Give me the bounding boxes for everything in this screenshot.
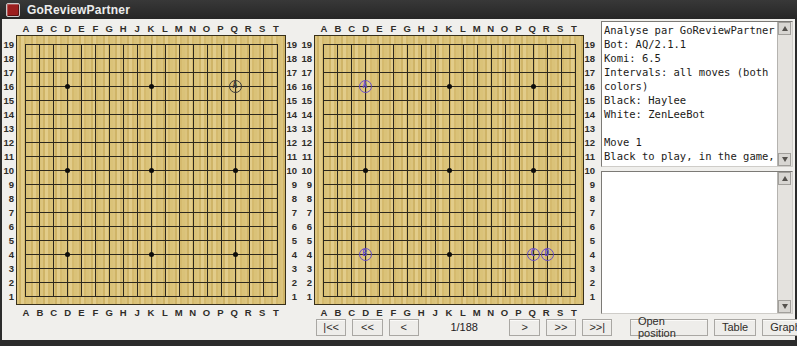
row-labels: 19181716151413121110987654321	[584, 35, 597, 305]
coord-label: 9	[3, 178, 16, 192]
star-point	[233, 168, 238, 173]
intersection	[172, 51, 186, 65]
intersection	[484, 205, 498, 219]
intersection	[414, 261, 428, 275]
intersection	[428, 121, 442, 135]
intersection	[568, 37, 582, 51]
intersection	[442, 219, 456, 233]
intersection	[512, 149, 526, 163]
intersection	[60, 247, 74, 261]
intersection	[442, 135, 456, 149]
intersection	[60, 205, 74, 219]
intersection	[32, 135, 46, 149]
intersection	[484, 93, 498, 107]
intersection	[256, 93, 270, 107]
intersection	[186, 37, 200, 51]
coord-label: 15	[301, 94, 314, 108]
intersection	[88, 219, 102, 233]
column-labels: ABCDEFGHJKLMNOPQRST	[314, 305, 584, 319]
intersection	[158, 93, 172, 107]
intersection	[228, 121, 242, 135]
scroll-down-button[interactable]	[778, 153, 791, 166]
coord-label: L	[158, 307, 172, 318]
first-move-button[interactable]: |<<	[316, 319, 346, 336]
coord-label: 14	[301, 108, 314, 122]
coord-label: 10	[584, 164, 597, 178]
intersection	[130, 177, 144, 191]
intersection	[428, 149, 442, 163]
intersection	[130, 191, 144, 205]
coord-label: A	[317, 23, 331, 34]
intersection	[330, 163, 344, 177]
intersection	[88, 289, 102, 303]
intersection	[158, 247, 172, 261]
intersection	[344, 233, 358, 247]
intersection	[512, 51, 526, 65]
intersection	[526, 233, 540, 247]
intersection	[60, 289, 74, 303]
analysis-board: ABCDEFGHJKLMNOPQRST191817161514131211109…	[301, 21, 597, 340]
coord-label: 3	[286, 262, 299, 276]
intersection	[200, 107, 214, 121]
coord-label: K	[442, 307, 456, 318]
analysis-scrollbar[interactable]	[777, 22, 792, 166]
intersection	[214, 191, 228, 205]
intersection	[256, 135, 270, 149]
scroll-track[interactable]	[778, 185, 792, 300]
coord-label: 5	[3, 234, 16, 248]
intersection	[484, 37, 498, 51]
intersection	[414, 107, 428, 121]
intersection	[428, 135, 442, 149]
board-corner-spacer	[584, 21, 597, 35]
intersection	[358, 289, 372, 303]
intersection	[74, 163, 88, 177]
coord-label: G	[400, 307, 414, 318]
intersection	[316, 107, 330, 121]
intersection	[470, 289, 484, 303]
intersection	[256, 289, 270, 303]
intersection	[186, 219, 200, 233]
intersection	[88, 135, 102, 149]
intersection	[116, 93, 130, 107]
intersection	[74, 205, 88, 219]
intersection	[88, 247, 102, 261]
triangle-down-icon	[782, 304, 788, 309]
intersection	[158, 135, 172, 149]
intersection	[442, 261, 456, 275]
intersection	[526, 37, 540, 51]
intersection	[256, 205, 270, 219]
intersection	[200, 79, 214, 93]
intersection	[242, 163, 256, 177]
intersection	[88, 65, 102, 79]
intersection	[484, 289, 498, 303]
intersection	[512, 37, 526, 51]
coord-label: T	[567, 23, 581, 34]
intersection	[386, 149, 400, 163]
intersection	[400, 37, 414, 51]
intersection	[386, 205, 400, 219]
intersection	[386, 107, 400, 121]
triangle-up-icon	[782, 26, 788, 31]
coord-label: E	[75, 307, 89, 318]
intersection	[568, 233, 582, 247]
column-labels: ABCDEFGHJKLMNOPQRST	[16, 305, 286, 319]
intersection	[400, 177, 414, 191]
intersection	[200, 205, 214, 219]
intersection	[214, 261, 228, 275]
fast-forward-button[interactable]: >>	[546, 319, 576, 336]
intersection	[186, 107, 200, 121]
intersection	[540, 275, 554, 289]
intersection	[228, 205, 242, 219]
intersection	[32, 37, 46, 51]
intersection	[498, 149, 512, 163]
intersection	[18, 93, 32, 107]
intersection	[130, 107, 144, 121]
scroll-track[interactable]	[778, 35, 792, 153]
intersection	[158, 121, 172, 135]
intersection	[200, 261, 214, 275]
intersection	[344, 247, 358, 261]
analysis-info-box: Analyse par GoReviewPartner Bot: AQ/2.1.…	[601, 21, 793, 167]
intersection	[554, 289, 568, 303]
intersection	[116, 79, 130, 93]
intersection	[358, 275, 372, 289]
intersection	[386, 93, 400, 107]
coord-label: F	[88, 307, 102, 318]
star-point	[233, 252, 238, 257]
intersection	[330, 205, 344, 219]
coord-label: 8	[3, 192, 16, 206]
intersection	[18, 219, 32, 233]
main-content: ABCDEFGHJKLMNOPQRST191817161514131211109…	[2, 19, 795, 340]
intersection	[386, 177, 400, 191]
intersection	[60, 149, 74, 163]
intersection	[60, 219, 74, 233]
title-bar[interactable]: GoReviewPartner	[0, 0, 797, 19]
intersection	[498, 177, 512, 191]
intersection	[344, 289, 358, 303]
coord-label: 2	[286, 276, 299, 290]
coord-label: 18	[301, 52, 314, 66]
coord-label: 1	[3, 290, 16, 304]
move-counter: 1/188	[425, 321, 504, 333]
intersection	[18, 121, 32, 135]
coord-label: J	[428, 23, 442, 34]
intersection	[144, 233, 158, 247]
intersection	[470, 51, 484, 65]
intersection	[456, 93, 470, 107]
intersection	[214, 65, 228, 79]
intersection	[330, 261, 344, 275]
intersection	[316, 51, 330, 65]
intersection	[256, 149, 270, 163]
intersection	[32, 219, 46, 233]
intersection	[214, 163, 228, 177]
last-move-button[interactable]: >>|	[582, 319, 612, 336]
coord-label: N	[186, 23, 200, 34]
intersection	[102, 37, 116, 51]
intersection	[456, 121, 470, 135]
intersection	[242, 51, 256, 65]
intersection	[330, 65, 344, 79]
coord-label: P	[511, 307, 525, 318]
intersection	[484, 135, 498, 149]
intersection	[256, 107, 270, 121]
intersection	[372, 93, 386, 107]
intersection	[214, 219, 228, 233]
coord-label: 15	[584, 94, 597, 108]
intersection	[88, 121, 102, 135]
intersection	[200, 37, 214, 51]
star-point	[447, 252, 452, 257]
intersection	[512, 163, 526, 177]
coord-label: S	[255, 23, 269, 34]
intersection	[400, 275, 414, 289]
intersection	[60, 65, 74, 79]
intersection	[172, 205, 186, 219]
intersection	[186, 289, 200, 303]
intersection	[60, 233, 74, 247]
intersection	[330, 149, 344, 163]
intersection	[32, 163, 46, 177]
intersection	[442, 191, 456, 205]
coord-label: L	[456, 23, 470, 34]
intersection	[414, 233, 428, 247]
intersection	[470, 107, 484, 121]
intersection	[400, 219, 414, 233]
intersection	[102, 107, 116, 121]
intersection	[228, 163, 242, 177]
coord-label: A	[19, 307, 33, 318]
fast-back-button[interactable]: <<	[352, 319, 382, 336]
intersection	[18, 135, 32, 149]
intersection	[144, 79, 158, 93]
intersection	[526, 79, 540, 93]
intersection	[74, 121, 88, 135]
intersection	[186, 177, 200, 191]
graphs-button[interactable]: Graphs	[762, 319, 797, 336]
intersection	[116, 247, 130, 261]
intersection	[400, 65, 414, 79]
intersection	[414, 135, 428, 149]
intersection	[456, 163, 470, 177]
intersection	[498, 51, 512, 65]
intersection	[60, 107, 74, 121]
coord-label: C	[47, 23, 61, 34]
intersection	[568, 79, 582, 93]
intersection	[74, 191, 88, 205]
game-board-surface: A	[16, 35, 286, 305]
intersection	[18, 205, 32, 219]
intersection	[18, 275, 32, 289]
intersection	[130, 121, 144, 135]
intersection	[270, 275, 284, 289]
coord-label: 19	[584, 38, 597, 52]
intersection	[484, 177, 498, 191]
intersection	[242, 205, 256, 219]
intersection	[242, 247, 256, 261]
intersection	[60, 79, 74, 93]
intersection	[526, 65, 540, 79]
intersection	[470, 121, 484, 135]
coord-label: 13	[584, 122, 597, 136]
intersection	[442, 51, 456, 65]
intersection	[172, 79, 186, 93]
intersection	[46, 177, 60, 191]
intersection	[554, 163, 568, 177]
intersection	[456, 65, 470, 79]
intersection	[470, 149, 484, 163]
intersection	[316, 219, 330, 233]
intersection	[32, 93, 46, 107]
intersection	[386, 247, 400, 261]
coord-label: 3	[301, 262, 314, 276]
coord-label: 14	[3, 108, 16, 122]
intersection	[32, 79, 46, 93]
intersection	[330, 51, 344, 65]
move-marker-b: B	[359, 248, 372, 261]
scroll-up-button[interactable]	[778, 22, 791, 35]
intersection	[242, 65, 256, 79]
intersection	[372, 289, 386, 303]
intersection	[358, 135, 372, 149]
intersection	[186, 65, 200, 79]
intersection	[116, 135, 130, 149]
coord-label: 12	[3, 136, 16, 150]
intersection	[200, 247, 214, 261]
intersection	[242, 289, 256, 303]
intersection	[358, 191, 372, 205]
intersection	[130, 219, 144, 233]
prev-move-button[interactable]: <	[389, 319, 419, 336]
intersection	[214, 289, 228, 303]
intersection	[186, 233, 200, 247]
intersection	[88, 163, 102, 177]
coord-label: R	[539, 23, 553, 34]
intersection	[88, 177, 102, 191]
intersection	[526, 205, 540, 219]
intersection	[400, 289, 414, 303]
coord-label: 18	[286, 52, 299, 66]
intersection	[256, 163, 270, 177]
intersection	[568, 261, 582, 275]
intersection	[442, 205, 456, 219]
board-corner-spacer	[301, 305, 314, 319]
intersection	[228, 135, 242, 149]
column-labels: ABCDEFGHJKLMNOPQRST	[314, 21, 584, 35]
intersection	[228, 247, 242, 261]
intersection	[414, 51, 428, 65]
coord-label: 16	[286, 80, 299, 94]
intersection	[400, 121, 414, 135]
intersection	[316, 93, 330, 107]
coord-label: 7	[301, 206, 314, 220]
intersection	[102, 149, 116, 163]
open-position-button[interactable]: Open position	[630, 319, 708, 336]
intersection	[242, 93, 256, 107]
coord-label: P	[213, 23, 227, 34]
coord-label: M	[470, 307, 484, 318]
table-button[interactable]: Table	[714, 319, 756, 336]
intersection	[344, 261, 358, 275]
intersection	[158, 37, 172, 51]
comment-scrollbar[interactable]	[777, 172, 792, 313]
intersection	[46, 163, 60, 177]
intersection	[214, 205, 228, 219]
intersection	[144, 135, 158, 149]
intersection	[88, 205, 102, 219]
intersection	[116, 233, 130, 247]
intersection	[270, 289, 284, 303]
intersection	[172, 177, 186, 191]
intersection	[46, 79, 60, 93]
coord-label: K	[144, 307, 158, 318]
intersection	[456, 149, 470, 163]
intersection	[358, 65, 372, 79]
coord-label: 1	[584, 290, 597, 304]
coord-label: 1	[286, 290, 299, 304]
intersection	[316, 121, 330, 135]
move-marker-a: A	[229, 80, 242, 93]
intersection	[526, 261, 540, 275]
intersection	[386, 79, 400, 93]
intersection	[470, 93, 484, 107]
intersection	[498, 65, 512, 79]
intersection	[414, 191, 428, 205]
next-move-button[interactable]: >	[509, 319, 539, 336]
intersection	[316, 79, 330, 93]
intersection	[498, 79, 512, 93]
intersection	[102, 261, 116, 275]
intersection	[60, 191, 74, 205]
intersection	[540, 149, 554, 163]
intersection	[46, 261, 60, 275]
scroll-up-button[interactable]	[778, 172, 791, 185]
intersection	[358, 51, 372, 65]
intersection	[74, 247, 88, 261]
intersection	[330, 275, 344, 289]
scroll-down-button[interactable]	[778, 300, 791, 313]
intersection	[172, 37, 186, 51]
intersection	[568, 289, 582, 303]
coord-label: R	[241, 307, 255, 318]
intersection	[316, 205, 330, 219]
intersection	[372, 191, 386, 205]
intersection	[228, 107, 242, 121]
intersection	[568, 219, 582, 233]
intersection	[144, 37, 158, 51]
intersection	[144, 191, 158, 205]
intersection	[330, 107, 344, 121]
coord-label: 14	[584, 108, 597, 122]
intersection	[456, 261, 470, 275]
intersection	[372, 247, 386, 261]
intersection	[498, 233, 512, 247]
intersection	[130, 37, 144, 51]
coord-label: E	[373, 307, 387, 318]
intersection	[540, 205, 554, 219]
intersection	[242, 79, 256, 93]
intersection	[200, 219, 214, 233]
intersection	[372, 51, 386, 65]
coord-label: 6	[286, 220, 299, 234]
intersection	[270, 205, 284, 219]
coord-label: B	[331, 307, 345, 318]
move-marker-a: A	[359, 80, 372, 93]
